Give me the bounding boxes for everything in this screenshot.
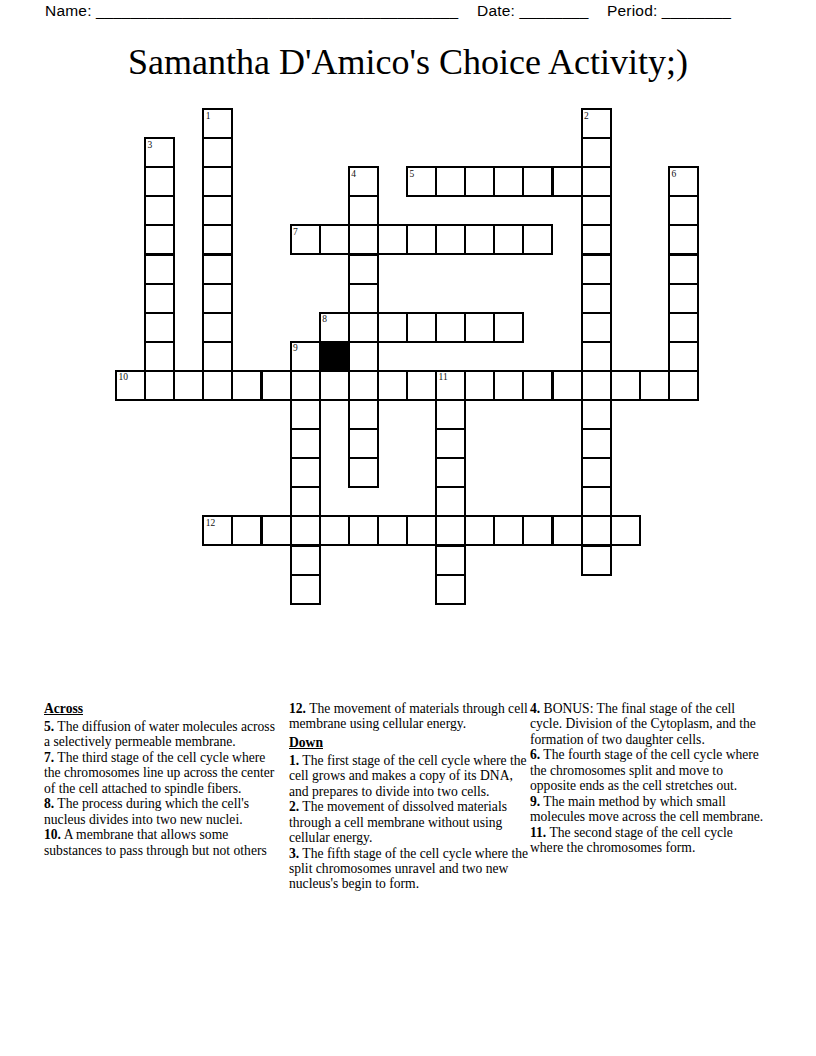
grid-cell[interactable] [319, 224, 350, 255]
grid-cell[interactable] [435, 545, 466, 576]
date-blank-line[interactable]: ________ [519, 2, 588, 19]
clues-column-2: 12. The movement of materials through ce… [289, 701, 529, 892]
grid-cell[interactable] [668, 195, 699, 226]
grid-cell[interactable] [581, 486, 612, 517]
grid-cell[interactable] [493, 312, 524, 343]
grid-cell[interactable] [144, 254, 175, 285]
grid-cell[interactable] [668, 312, 699, 343]
grid-cell[interactable] [348, 399, 379, 430]
clue: 4. BONUS: The final stage of the cell cy… [530, 701, 764, 747]
clue: 2. The movement of dissolved materials t… [289, 799, 529, 845]
clue-number: 6 [671, 170, 676, 180]
date-field: Date: ________ [477, 2, 588, 20]
grid-cell[interactable] [231, 370, 262, 401]
grid-cell[interactable] [144, 341, 175, 372]
grid-cell[interactable] [202, 166, 233, 197]
grid-cell[interactable] [348, 341, 379, 372]
down-header: Down [289, 735, 529, 750]
clue-number: 2 [584, 112, 589, 122]
grid-cell[interactable] [581, 341, 612, 372]
clue: 3. The fifth stage of the cell cycle whe… [289, 846, 529, 892]
clue-number-label: 5. [44, 719, 54, 734]
grid-cell[interactable] [552, 370, 583, 401]
grid-cell[interactable] [668, 254, 699, 285]
grid-cell[interactable] [464, 312, 495, 343]
clue-number: 5 [410, 170, 415, 180]
grid-cell[interactable] [464, 370, 495, 401]
grid-cell[interactable] [581, 254, 612, 285]
grid-cell[interactable] [348, 283, 379, 314]
grid-cell[interactable] [435, 428, 466, 459]
grid-cell[interactable] [290, 486, 321, 517]
grid-cell[interactable] [581, 283, 612, 314]
clue: 12. The movement of materials through ce… [289, 701, 529, 732]
clue-number: 10 [119, 373, 129, 383]
clues-column-1: Across5. The diffusion of water molecule… [44, 701, 277, 858]
grid-cell[interactable] [144, 312, 175, 343]
grid-cell[interactable] [377, 312, 408, 343]
grid-cell[interactable] [610, 515, 641, 546]
grid-cell[interactable] [144, 195, 175, 226]
period-field: Period: ________ [607, 2, 731, 20]
grid-cell[interactable] [348, 457, 379, 488]
grid-cell[interactable] [290, 515, 321, 546]
grid-cell[interactable] [668, 283, 699, 314]
grid-cell[interactable] [493, 515, 524, 546]
grid-cell[interactable] [406, 515, 437, 546]
clue-number-label: 8. [44, 796, 54, 811]
clue: 9. The main method by which small molecu… [530, 794, 764, 825]
name-label: Name: [45, 2, 92, 19]
grid-cell[interactable] [261, 370, 292, 401]
grid-cell[interactable] [290, 370, 321, 401]
clue-number-label: 9. [530, 794, 540, 809]
period-blank-line[interactable]: ________ [662, 2, 731, 19]
grid-cell[interactable] [173, 370, 204, 401]
grid-cell[interactable] [202, 137, 233, 168]
grid-cell[interactable] [464, 224, 495, 255]
grid-cell[interactable] [581, 137, 612, 168]
grid-cell[interactable] [290, 545, 321, 576]
clue-number: 11 [439, 373, 448, 383]
grid-cell[interactable] [377, 515, 408, 546]
clue-number-label: 10. [44, 827, 61, 842]
grid-cell[interactable] [377, 370, 408, 401]
grid-cell[interactable] [464, 515, 495, 546]
grid-cell[interactable] [319, 370, 350, 401]
grid-cell[interactable] [668, 224, 699, 255]
grid-cell[interactable] [348, 428, 379, 459]
grid-cell[interactable] [348, 312, 379, 343]
grid-cell[interactable] [406, 224, 437, 255]
clue-number-label: 4. [530, 701, 540, 716]
grid-cell[interactable] [202, 254, 233, 285]
grid-cell[interactable] [522, 224, 553, 255]
grid-cell[interactable] [522, 370, 553, 401]
grid-cell[interactable] [522, 166, 553, 197]
clue: 10. A membrane that allows some substanc… [44, 827, 277, 858]
clue: 1. The first stage of the cell cycle whe… [289, 753, 529, 799]
clue-number-label: 2. [289, 799, 299, 814]
clue-number: 4 [351, 170, 356, 180]
grid-cell[interactable] [144, 370, 175, 401]
clue-number-label: 12. [289, 701, 306, 716]
grid-cell[interactable] [144, 283, 175, 314]
grid-cell[interactable] [581, 457, 612, 488]
page-title: Samantha D'Amico's Choice Activity;) [0, 41, 816, 83]
grid-cell[interactable] [668, 341, 699, 372]
grid-cell[interactable] [435, 515, 466, 546]
grid-cell[interactable] [348, 224, 379, 255]
grid-cell[interactable] [202, 195, 233, 226]
grid-cell[interactable] [231, 515, 262, 546]
grid-cell[interactable] [348, 195, 379, 226]
black-cell [319, 341, 350, 372]
grid-cell[interactable] [522, 515, 553, 546]
clue: 8. The process during which the cell's n… [44, 796, 277, 827]
grid-cell[interactable] [493, 224, 524, 255]
grid-cell[interactable] [290, 574, 321, 605]
clue: 11. The second stage of the cell cycle w… [530, 825, 764, 856]
clue-number-label: 3. [289, 846, 299, 861]
clue-number-label: 7. [44, 750, 54, 765]
name-blank-line[interactable]: ________________________________________… [96, 2, 458, 19]
grid-cell[interactable] [144, 224, 175, 255]
clue-number: 9 [293, 344, 298, 354]
grid-cell[interactable] [435, 166, 466, 197]
clue: 7. The third stage of the cell cycle whe… [44, 750, 277, 796]
clue-number: 1 [206, 112, 211, 122]
grid-cell[interactable] [435, 457, 466, 488]
clue-number: 12 [206, 519, 216, 529]
grid-cell[interactable] [435, 486, 466, 517]
grid-cell[interactable] [202, 312, 233, 343]
grid-cell[interactable] [668, 370, 699, 401]
grid-cell[interactable] [348, 370, 379, 401]
grid-cell[interactable] [144, 166, 175, 197]
grid-cell[interactable] [202, 341, 233, 372]
clue: 6. The fourth stage of the cell cycle wh… [530, 747, 764, 793]
crossword-grid: 123456789101112 [115, 108, 700, 605]
grid-cell[interactable] [552, 515, 583, 546]
grid-cell[interactable] [581, 399, 612, 430]
grid-cell[interactable] [493, 166, 524, 197]
name-field: Name: __________________________________… [45, 2, 458, 20]
grid-cell[interactable] [202, 224, 233, 255]
clue-number: 8 [322, 315, 327, 325]
clue-number-label: 1. [289, 753, 299, 768]
clue-number: 7 [293, 228, 298, 238]
grid-cell[interactable] [610, 370, 641, 401]
grid-cell[interactable] [581, 515, 612, 546]
grid-cell[interactable] [202, 283, 233, 314]
grid-cell[interactable] [348, 515, 379, 546]
grid-cell[interactable] [581, 166, 612, 197]
grid-cell[interactable] [202, 370, 233, 401]
grid-cell[interactable] [552, 166, 583, 197]
grid-cell[interactable] [435, 574, 466, 605]
grid-cell[interactable] [581, 370, 612, 401]
grid-cell[interactable] [261, 515, 292, 546]
clue-number-label: 11. [530, 825, 546, 840]
grid-cell[interactable] [581, 195, 612, 226]
grid-cell[interactable] [581, 312, 612, 343]
grid-cell[interactable] [464, 166, 495, 197]
grid-cell[interactable] [377, 224, 408, 255]
clue-number-label: 6. [530, 747, 540, 762]
grid-cell[interactable] [435, 224, 466, 255]
date-label: Date: [477, 2, 515, 19]
grid-cell[interactable] [435, 399, 466, 430]
grid-cell[interactable] [493, 370, 524, 401]
clue-number: 3 [148, 141, 153, 151]
grid-cell[interactable] [319, 515, 350, 546]
grid-cell[interactable] [581, 428, 612, 459]
grid-cell[interactable] [406, 312, 437, 343]
clue: 5. The diffusion of water molecules acro… [44, 719, 277, 750]
grid-cell[interactable] [348, 254, 379, 285]
grid-cell[interactable] [290, 399, 321, 430]
grid-cell[interactable] [406, 370, 437, 401]
across-header: Across [44, 701, 277, 716]
grid-cell[interactable] [581, 224, 612, 255]
grid-cell[interactable] [435, 312, 466, 343]
clues-column-3: 4. BONUS: The final stage of the cell cy… [530, 701, 764, 856]
grid-cell[interactable] [639, 370, 670, 401]
worksheet-page: Name: __________________________________… [0, 0, 816, 1056]
period-label: Period: [607, 2, 658, 19]
grid-cell[interactable] [581, 545, 612, 576]
grid-cell[interactable] [290, 428, 321, 459]
grid-cell[interactable] [290, 457, 321, 488]
